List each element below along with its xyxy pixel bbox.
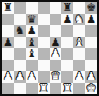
- square-e6[interactable]: [50, 25, 62, 37]
- piece-black-pawn[interactable]: ♟: [62, 14, 72, 25]
- square-a3[interactable]: [2, 60, 14, 72]
- square-c4[interactable]: ♝: [26, 48, 38, 60]
- square-g3[interactable]: [73, 60, 85, 72]
- square-f4[interactable]: [61, 48, 73, 60]
- square-g6[interactable]: [73, 25, 85, 37]
- square-b7[interactable]: [14, 14, 26, 26]
- chess-board: ♜♜♚♛♟♞♟♞♟♟♝♟♝♝♟♟♟♟♛♟♟♜♜♚: [2, 2, 97, 94]
- piece-black-pawn[interactable]: ♟: [86, 14, 96, 25]
- piece-white-queen[interactable]: ♛: [51, 71, 61, 82]
- piece-black-bishop[interactable]: ♝: [27, 37, 37, 48]
- piece-white-rook[interactable]: ♜: [39, 83, 49, 94]
- square-a4[interactable]: [2, 48, 14, 60]
- square-b1[interactable]: [14, 83, 26, 95]
- piece-black-pawn[interactable]: ♟: [3, 37, 13, 48]
- square-f8[interactable]: ♜: [61, 2, 73, 14]
- piece-white-bishop[interactable]: ♝: [74, 37, 84, 48]
- square-f6[interactable]: [61, 25, 73, 37]
- square-d7[interactable]: [38, 14, 50, 26]
- piece-white-pawn[interactable]: ♟: [27, 71, 37, 82]
- square-d3[interactable]: [38, 60, 50, 72]
- square-c3[interactable]: [26, 60, 38, 72]
- square-e8[interactable]: [50, 2, 62, 14]
- piece-black-king[interactable]: ♚: [86, 2, 96, 13]
- piece-white-pawn[interactable]: ♟: [51, 48, 61, 59]
- square-c1[interactable]: [26, 83, 38, 95]
- square-e4[interactable]: ♟: [50, 48, 62, 60]
- square-g4[interactable]: [73, 48, 85, 60]
- square-h4[interactable]: [85, 48, 97, 60]
- square-h8[interactable]: ♚: [85, 2, 97, 14]
- square-d1[interactable]: ♜: [38, 83, 50, 95]
- square-d2[interactable]: [38, 71, 50, 83]
- square-b3[interactable]: [14, 60, 26, 72]
- piece-white-king[interactable]: ♚: [86, 83, 96, 94]
- square-a1[interactable]: [2, 83, 14, 95]
- square-e5[interactable]: ♟: [50, 37, 62, 49]
- square-a5[interactable]: ♟: [2, 37, 14, 49]
- square-e2[interactable]: ♛: [50, 71, 62, 83]
- square-f2[interactable]: [61, 71, 73, 83]
- square-c6[interactable]: ♟: [26, 25, 38, 37]
- square-f1[interactable]: ♜: [61, 83, 73, 95]
- square-e1[interactable]: [50, 83, 62, 95]
- square-a8[interactable]: ♜: [2, 2, 14, 14]
- square-a6[interactable]: [2, 25, 14, 37]
- square-c8[interactable]: [26, 2, 38, 14]
- square-g7[interactable]: ♞: [73, 14, 85, 26]
- piece-white-pawn[interactable]: ♟: [3, 71, 13, 82]
- square-f5[interactable]: [61, 37, 73, 49]
- square-c7[interactable]: ♛: [26, 14, 38, 26]
- chess-board-frame: ♜♜♚♛♟♞♟♞♟♟♝♟♝♝♟♟♟♟♛♟♟♜♜♚: [0, 0, 99, 96]
- piece-white-pawn[interactable]: ♟: [15, 71, 25, 82]
- piece-black-bishop[interactable]: ♝: [27, 48, 37, 59]
- square-g1[interactable]: [73, 83, 85, 95]
- square-h3[interactable]: [85, 60, 97, 72]
- square-b8[interactable]: [14, 2, 26, 14]
- square-h2[interactable]: ♟: [85, 71, 97, 83]
- piece-black-pawn[interactable]: ♟: [27, 25, 37, 36]
- square-f7[interactable]: ♟: [61, 14, 73, 26]
- piece-black-queen[interactable]: ♛: [27, 14, 37, 25]
- square-g8[interactable]: [73, 2, 85, 14]
- square-a2[interactable]: ♟: [2, 71, 14, 83]
- piece-black-knight[interactable]: ♞: [15, 25, 25, 36]
- square-d5[interactable]: [38, 37, 50, 49]
- piece-white-knight[interactable]: ♞: [74, 14, 84, 25]
- piece-black-rook[interactable]: ♜: [62, 2, 72, 13]
- square-d4[interactable]: [38, 48, 50, 60]
- square-c5[interactable]: ♝: [26, 37, 38, 49]
- square-h1[interactable]: ♚: [85, 83, 97, 95]
- square-b6[interactable]: ♞: [14, 25, 26, 37]
- square-a7[interactable]: [2, 14, 14, 26]
- square-h7[interactable]: ♟: [85, 14, 97, 26]
- square-g5[interactable]: ♝: [73, 37, 85, 49]
- square-d6[interactable]: [38, 25, 50, 37]
- square-e3[interactable]: [50, 60, 62, 72]
- piece-white-pawn[interactable]: ♟: [74, 71, 84, 82]
- square-g2[interactable]: ♟: [73, 71, 85, 83]
- square-b2[interactable]: ♟: [14, 71, 26, 83]
- piece-white-pawn[interactable]: ♟: [86, 71, 96, 82]
- piece-white-rook[interactable]: ♜: [62, 83, 72, 94]
- piece-black-rook[interactable]: ♜: [3, 2, 13, 13]
- piece-black-pawn[interactable]: ♟: [51, 37, 61, 48]
- square-b4[interactable]: [14, 48, 26, 60]
- square-f3[interactable]: [61, 60, 73, 72]
- square-h5[interactable]: [85, 37, 97, 49]
- square-h6[interactable]: [85, 25, 97, 37]
- square-e7[interactable]: [50, 14, 62, 26]
- square-d8[interactable]: [38, 2, 50, 14]
- square-b5[interactable]: [14, 37, 26, 49]
- square-c2[interactable]: ♟: [26, 71, 38, 83]
